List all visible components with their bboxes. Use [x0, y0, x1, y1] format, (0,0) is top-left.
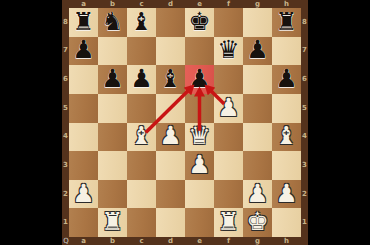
square-g5[interactable]: [243, 94, 272, 123]
square-c7[interactable]: [127, 37, 156, 66]
square-a6[interactable]: [69, 65, 98, 94]
black-knight[interactable]: ♞: [101, 9, 123, 34]
rank-label-2: 2: [301, 180, 308, 209]
rank-label-6: 6: [62, 65, 69, 94]
file-label-g: g: [243, 0, 272, 8]
white-pawn[interactable]: ♟: [275, 181, 297, 206]
square-g6[interactable]: [243, 65, 272, 94]
board-corner-tr: [301, 0, 308, 8]
square-f4[interactable]: [214, 123, 243, 152]
board-corner-tl: [62, 0, 69, 8]
rank-label-1: 1: [62, 208, 69, 237]
black-pawn[interactable]: ♟: [246, 37, 268, 62]
file-label-d: d: [156, 237, 185, 245]
rank-label-4: 4: [301, 123, 308, 152]
square-h7[interactable]: [272, 37, 301, 66]
black-rook[interactable]: ♜: [72, 9, 94, 34]
square-f6[interactable]: [214, 65, 243, 94]
file-label-a: a: [69, 237, 98, 245]
square-h3[interactable]: [272, 151, 301, 180]
square-e4[interactable]: ♛: [185, 123, 214, 152]
square-a7[interactable]: ♟: [69, 37, 98, 66]
square-d3[interactable]: [156, 151, 185, 180]
white-pawn[interactable]: ♟: [159, 123, 181, 148]
square-b2[interactable]: [98, 180, 127, 209]
square-d5[interactable]: [156, 94, 185, 123]
square-f2[interactable]: [214, 180, 243, 209]
file-label-c: c: [127, 237, 156, 245]
square-e2[interactable]: [185, 180, 214, 209]
square-a5[interactable]: [69, 94, 98, 123]
rank-label-5: 5: [301, 94, 308, 123]
black-pawn[interactable]: ♟: [130, 66, 152, 91]
square-h8[interactable]: ♜: [272, 8, 301, 37]
rank-label-5: 5: [62, 94, 69, 123]
square-c5[interactable]: [127, 94, 156, 123]
square-e6[interactable]: ♟: [185, 65, 214, 94]
square-h6[interactable]: ♟: [272, 65, 301, 94]
white-pawn[interactable]: ♟: [188, 152, 210, 177]
square-d2[interactable]: [156, 180, 185, 209]
black-pawn[interactable]: ♟: [275, 66, 297, 91]
black-pawn[interactable]: ♟: [101, 66, 123, 91]
rank-label-4: 4: [62, 123, 69, 152]
rank-labels-right: 87654321: [301, 8, 308, 237]
white-king[interactable]: ♚: [246, 209, 268, 234]
black-bishop[interactable]: ♝: [130, 9, 152, 34]
file-label-f: f: [214, 237, 243, 245]
white-pawn[interactable]: ♟: [246, 181, 268, 206]
square-e8[interactable]: ♚: [185, 8, 214, 37]
square-c6[interactable]: ♟: [127, 65, 156, 94]
square-g3[interactable]: [243, 151, 272, 180]
square-c2[interactable]: [127, 180, 156, 209]
black-pawn[interactable]: ♟: [188, 66, 210, 91]
square-b3[interactable]: [98, 151, 127, 180]
square-e5[interactable]: [185, 94, 214, 123]
square-g1[interactable]: ♚: [243, 208, 272, 237]
white-queen[interactable]: ♛: [188, 123, 210, 148]
letterbox-right: [308, 0, 370, 245]
square-a8[interactable]: ♜: [69, 8, 98, 37]
square-b7[interactable]: [98, 37, 127, 66]
square-g8[interactable]: [243, 8, 272, 37]
square-h1[interactable]: [272, 208, 301, 237]
square-b8[interactable]: ♞: [98, 8, 127, 37]
white-rook[interactable]: ♜: [101, 209, 123, 234]
square-a2[interactable]: ♟: [69, 180, 98, 209]
video-frame: abcdefgh 87654321 ♜♞♝♚♜♟♛♟♟♟♝♟♟♟♝♟♛♝♟♟♟♟…: [0, 0, 370, 245]
chessboard: abcdefgh 87654321 ♜♞♝♚♜♟♛♟♟♟♝♟♟♟♝♟♛♝♟♟♟♟…: [62, 0, 308, 245]
black-bishop[interactable]: ♝: [159, 66, 181, 91]
rank-label-7: 7: [301, 37, 308, 66]
black-rook[interactable]: ♜: [275, 9, 297, 34]
square-g7[interactable]: ♟: [243, 37, 272, 66]
rank-label-3: 3: [301, 151, 308, 180]
square-b5[interactable]: [98, 94, 127, 123]
white-bishop[interactable]: ♝: [275, 123, 297, 148]
square-f7[interactable]: ♛: [214, 37, 243, 66]
square-a3[interactable]: [69, 151, 98, 180]
letterbox-left: [0, 0, 62, 245]
square-c8[interactable]: ♝: [127, 8, 156, 37]
square-d8[interactable]: [156, 8, 185, 37]
square-a4[interactable]: [69, 123, 98, 152]
file-label-d: d: [156, 0, 185, 8]
square-h2[interactable]: ♟: [272, 180, 301, 209]
file-labels-bottom: abcdefgh: [69, 237, 301, 245]
white-rook[interactable]: ♜: [217, 209, 239, 234]
square-e3[interactable]: ♟: [185, 151, 214, 180]
board-corner-bl: Q: [62, 237, 69, 245]
white-pawn[interactable]: ♟: [217, 95, 239, 120]
board-corner-br: [301, 237, 308, 245]
square-b1[interactable]: ♜: [98, 208, 127, 237]
rank-label-2: 2: [62, 180, 69, 209]
rank-label-6: 6: [301, 65, 308, 94]
square-f8[interactable]: [214, 8, 243, 37]
file-label-g: g: [243, 237, 272, 245]
square-d6[interactable]: ♝: [156, 65, 185, 94]
black-queen[interactable]: ♛: [217, 37, 239, 62]
square-f1[interactable]: ♜: [214, 208, 243, 237]
square-b6[interactable]: ♟: [98, 65, 127, 94]
square-h4[interactable]: ♝: [272, 123, 301, 152]
file-label-e: e: [185, 237, 214, 245]
square-c4[interactable]: ♝: [127, 123, 156, 152]
rank-label-3: 3: [62, 151, 69, 180]
rank-label-8: 8: [301, 8, 308, 37]
black-pawn[interactable]: ♟: [72, 37, 94, 62]
file-label-b: b: [98, 237, 127, 245]
black-king[interactable]: ♚: [188, 9, 210, 34]
square-g4[interactable]: [243, 123, 272, 152]
square-a1[interactable]: [69, 208, 98, 237]
rank-label-1: 1: [301, 208, 308, 237]
square-e7[interactable]: [185, 37, 214, 66]
square-c1[interactable]: [127, 208, 156, 237]
square-f5[interactable]: ♟: [214, 94, 243, 123]
rank-label-8: 8: [62, 8, 69, 37]
square-c3[interactable]: [127, 151, 156, 180]
square-e1[interactable]: [185, 208, 214, 237]
square-d4[interactable]: ♟: [156, 123, 185, 152]
square-d7[interactable]: [156, 37, 185, 66]
file-label-h: h: [272, 237, 301, 245]
square-d1[interactable]: [156, 208, 185, 237]
square-f3[interactable]: [214, 151, 243, 180]
square-g2[interactable]: ♟: [243, 180, 272, 209]
board-squares: ♜♞♝♚♜♟♛♟♟♟♝♟♟♟♝♟♛♝♟♟♟♟♜♜♚: [69, 8, 301, 237]
file-label-f: f: [214, 0, 243, 8]
square-b4[interactable]: [98, 123, 127, 152]
white-pawn[interactable]: ♟: [72, 181, 94, 206]
rank-label-7: 7: [62, 37, 69, 66]
square-h5[interactable]: [272, 94, 301, 123]
rank-labels-left: 87654321: [62, 8, 69, 237]
white-bishop[interactable]: ♝: [130, 123, 152, 148]
